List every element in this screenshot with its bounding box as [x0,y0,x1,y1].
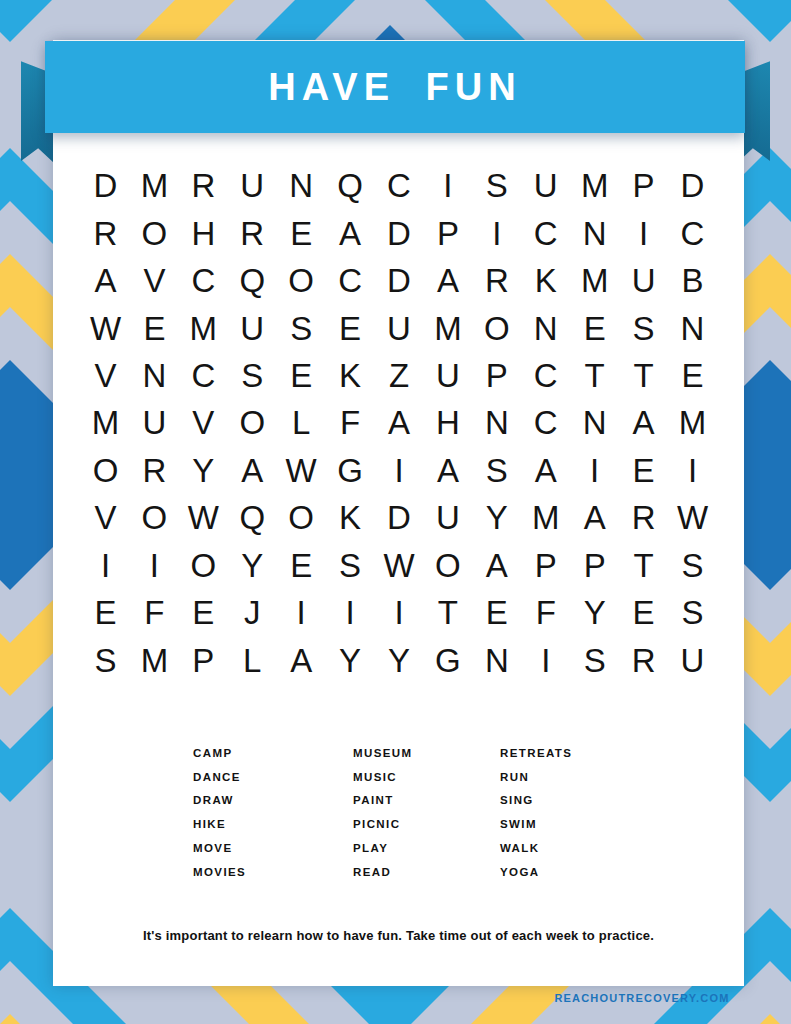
grid-cell[interactable]: S [668,589,717,636]
grid-cell[interactable]: K [326,352,375,399]
grid-cell[interactable]: T [619,542,668,589]
grid-cell[interactable]: I [130,542,179,589]
grid-cell[interactable]: Q [228,494,277,541]
grid-cell[interactable]: J [228,589,277,636]
grid-cell[interactable]: S [277,304,326,351]
grid-cell[interactable]: M [130,162,179,209]
grid-cell[interactable]: I [521,637,570,684]
grid-cell[interactable]: E [130,304,179,351]
grid-cell[interactable]: I [423,162,472,209]
grid-cell[interactable]: I [619,209,668,256]
grid-cell[interactable]: I [375,447,424,494]
grid-cell[interactable]: W [277,447,326,494]
grid-cell[interactable]: S [668,542,717,589]
grid-cell[interactable]: I [375,589,424,636]
grid-cell[interactable]: V [130,257,179,304]
grid-cell[interactable]: W [179,494,228,541]
grid-cell[interactable]: A [570,494,619,541]
grid-cell[interactable]: L [277,399,326,446]
grid-cell[interactable]: E [472,589,521,636]
grid-cell[interactable]: C [179,257,228,304]
grid-cell[interactable]: D [81,162,130,209]
word-list-item: MUSEUM [353,742,413,766]
grid-cell[interactable]: A [277,637,326,684]
grid-cell[interactable]: R [130,447,179,494]
grid-cell[interactable]: S [326,542,375,589]
grid-cell[interactable]: I [277,589,326,636]
grid-cell[interactable]: P [570,542,619,589]
grid-cell[interactable]: U [521,162,570,209]
grid-cell[interactable]: G [423,637,472,684]
grid-cell[interactable]: K [521,257,570,304]
word-list-item: PICNIC [353,813,413,837]
grid-cell[interactable]: C [521,399,570,446]
grid-cell[interactable]: E [277,209,326,256]
grid-cell[interactable]: C [179,352,228,399]
grid-cell[interactable]: Y [570,589,619,636]
grid-cell[interactable]: O [130,494,179,541]
word-list-item: READ [353,861,413,885]
word-list-column-1: CAMPDANCEDRAWHIKEMOVEMOVIES [193,742,246,884]
grid-cell[interactable]: N [472,399,521,446]
grid-cell[interactable]: O [277,257,326,304]
grid-cell[interactable]: O [179,542,228,589]
word-list-item: MOVE [193,837,246,861]
grid-cell[interactable]: A [81,257,130,304]
grid-cell[interactable]: P [179,637,228,684]
grid-cell[interactable]: U [619,257,668,304]
grid-cell[interactable]: U [423,494,472,541]
grid-cell[interactable]: R [228,209,277,256]
word-list-item: WALK [500,837,572,861]
grid-cell[interactable]: S [472,162,521,209]
word-list-item: HIKE [193,813,246,837]
grid-cell[interactable]: O [130,209,179,256]
grid-cell[interactable]: C [668,209,717,256]
grid-cell[interactable]: E [277,542,326,589]
grid-cell[interactable]: N [521,304,570,351]
grid-cell[interactable]: D [375,209,424,256]
grid-cell[interactable]: U [228,304,277,351]
grid-cell[interactable]: E [326,304,375,351]
grid-cell[interactable]: V [81,494,130,541]
grid-cell[interactable]: O [81,447,130,494]
grid-cell[interactable]: T [570,352,619,399]
grid-cell[interactable]: G [326,447,375,494]
grid-cell[interactable]: S [472,447,521,494]
grid-cell[interactable]: E [619,447,668,494]
puzzle-card: DMRUNQCISUMPDROHREADPICNICAVCQOCDARKMUBW… [53,40,744,986]
word-list-item: YOGA [500,861,572,885]
grid-cell[interactable]: I [472,209,521,256]
grid-cell[interactable]: D [375,494,424,541]
grid-cell[interactable]: F [326,399,375,446]
grid-cell[interactable]: C [521,352,570,399]
instruction-note: It's important to relearn how to have fu… [53,928,744,943]
grid-cell[interactable]: E [179,589,228,636]
grid-cell[interactable]: P [619,162,668,209]
word-list-item: SING [500,789,572,813]
grid-cell[interactable]: U [130,399,179,446]
grid-cell[interactable]: N [472,637,521,684]
grid-cell[interactable]: C [326,257,375,304]
grid-cell[interactable]: E [277,352,326,399]
word-list-item: DRAW [193,789,246,813]
grid-cell[interactable]: A [423,447,472,494]
grid-cell[interactable]: F [130,589,179,636]
grid-cell[interactable]: Y [179,447,228,494]
grid-cell[interactable]: M [130,637,179,684]
grid-cell[interactable]: W [668,494,717,541]
grid-cell[interactable]: E [81,589,130,636]
grid-cell[interactable]: Q [326,162,375,209]
grid-cell[interactable]: M [570,162,619,209]
grid-cell[interactable]: P [521,542,570,589]
grid-cell[interactable]: E [668,352,717,399]
grid-cell[interactable]: U [423,352,472,399]
word-search-poster: DMRUNQCISUMPDROHREADPICNICAVCQOCDARKMUBW… [0,0,791,1024]
grid-cell[interactable]: D [375,257,424,304]
grid-cell[interactable]: M [179,304,228,351]
grid-cell[interactable]: C [375,162,424,209]
grid-cell[interactable]: N [570,399,619,446]
grid-cell[interactable]: A [521,447,570,494]
grid-cell[interactable]: S [570,637,619,684]
grid-cell[interactable]: P [472,352,521,399]
grid-cell[interactable]: U [668,637,717,684]
word-list-column-3: RETREATSRUNSINGSWIMWALKYOGA [500,742,572,884]
grid-cell[interactable]: T [619,352,668,399]
grid-cell[interactable]: N [668,304,717,351]
word-list-column-2: MUSEUMMUSICPAINTPICNICPLAYREAD [353,742,413,884]
grid-cell[interactable]: I [326,589,375,636]
grid-cell[interactable]: A [228,447,277,494]
grid-cell[interactable]: R [81,209,130,256]
grid-cell[interactable]: I [570,447,619,494]
grid-cell[interactable]: O [472,304,521,351]
grid-cell[interactable]: V [81,352,130,399]
grid-cell[interactable]: Y [326,637,375,684]
grid-cell[interactable]: N [570,209,619,256]
grid-cell[interactable]: L [228,637,277,684]
grid-cell[interactable]: H [179,209,228,256]
grid-cell[interactable]: A [423,257,472,304]
grid-cell[interactable]: U [228,162,277,209]
grid-cell[interactable]: A [619,399,668,446]
grid-cell[interactable]: A [326,209,375,256]
grid-cell[interactable]: H [423,399,472,446]
grid-cell[interactable]: O [423,542,472,589]
grid-cell[interactable]: C [521,209,570,256]
grid-cell[interactable]: F [521,589,570,636]
grid-cell[interactable]: N [130,352,179,399]
grid-cell[interactable]: O [228,399,277,446]
grid-cell[interactable]: Z [375,352,424,399]
page-title: HAVE FUN [268,66,521,109]
grid-cell[interactable]: S [81,637,130,684]
grid-cell[interactable]: Y [375,637,424,684]
grid-cell[interactable]: N [277,162,326,209]
grid-cell[interactable]: B [668,257,717,304]
grid-cell[interactable]: R [619,637,668,684]
word-list-item: PLAY [353,837,413,861]
grid-cell[interactable]: R [472,257,521,304]
grid-cell[interactable]: S [619,304,668,351]
grid-cell[interactable]: M [423,304,472,351]
grid-cell[interactable]: Q [228,257,277,304]
grid-cell[interactable]: A [375,399,424,446]
grid-cell[interactable]: I [81,542,130,589]
word-list-item: DANCE [193,766,246,790]
word-list-item: RUN [500,766,572,790]
grid-cell[interactable]: M [668,399,717,446]
grid-cell[interactable]: I [668,447,717,494]
grid-cell[interactable]: W [375,542,424,589]
word-list-item: MOVIES [193,861,246,885]
grid-cell[interactable]: Y [228,542,277,589]
site-credit: REACHOUTRECOVERY.COM [553,992,731,1004]
grid-cell[interactable]: R [179,162,228,209]
grid-cell[interactable]: O [277,494,326,541]
grid-cell[interactable]: Y [472,494,521,541]
grid-cell[interactable]: M [570,257,619,304]
grid-cell[interactable]: U [375,304,424,351]
word-list-item: SWIM [500,813,572,837]
grid-cell[interactable]: A [472,542,521,589]
grid-cell[interactable]: E [619,589,668,636]
word-list-item: RETREATS [500,742,572,766]
grid-cell[interactable]: R [619,494,668,541]
grid-cell[interactable]: T [423,589,472,636]
grid-cell[interactable]: V [179,399,228,446]
grid-cell[interactable]: M [81,399,130,446]
word-list-item: MUSIC [353,766,413,790]
grid-cell[interactable]: K [326,494,375,541]
grid-cell[interactable]: P [423,209,472,256]
word-list-item: CAMP [193,742,246,766]
grid-cell[interactable]: S [228,352,277,399]
grid-cell[interactable]: E [570,304,619,351]
grid-cell[interactable]: M [521,494,570,541]
title-banner: HAVE FUN [45,41,745,133]
letter-grid: DMRUNQCISUMPDROHREADPICNICAVCQOCDARKMUBW… [81,162,717,684]
grid-cell[interactable]: W [81,304,130,351]
grid-cell[interactable]: D [668,162,717,209]
word-list-item: PAINT [353,789,413,813]
